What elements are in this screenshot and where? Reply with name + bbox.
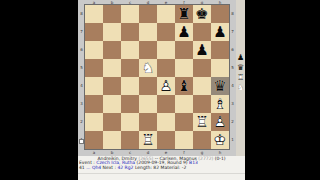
square-f6 xyxy=(175,41,193,59)
square-g8: ♚ xyxy=(193,5,211,23)
square-a7 xyxy=(85,23,103,41)
square-h6 xyxy=(211,41,229,59)
rank-labels-left: 87654321 xyxy=(78,5,85,149)
black-pawn-piece: ♟ xyxy=(236,53,246,63)
piece-outline: ♘ xyxy=(236,83,246,93)
move-info-line: 41 ... Qh4 Next : 42 Rg2 Length: 82 Mate… xyxy=(78,166,245,171)
white-to-move-indicator xyxy=(79,139,84,144)
coordinate-label: 6 xyxy=(78,41,85,59)
square-c5 xyxy=(121,59,139,77)
square-h1: ♚♔ xyxy=(211,131,229,149)
square-f5 xyxy=(175,59,193,77)
piece-outline: ♙ xyxy=(157,77,175,95)
square-b7 xyxy=(103,23,121,41)
coordinate-label: 7 xyxy=(78,23,85,41)
square-b5 xyxy=(103,59,121,77)
black-queen-piece: ♛ xyxy=(211,77,229,95)
square-h4: ♛ xyxy=(211,77,229,95)
square-h3: ♝♗ xyxy=(211,95,229,113)
piece-glyph: ♚ xyxy=(193,5,211,23)
square-a6 xyxy=(85,41,103,59)
white-rook-piece: ♜♖ xyxy=(139,131,157,149)
square-e8 xyxy=(157,5,175,23)
square-b3 xyxy=(103,95,121,113)
piece-glyph: ♜ xyxy=(175,5,193,23)
square-g5 xyxy=(193,59,211,77)
square-c7 xyxy=(121,23,139,41)
square-c6 xyxy=(121,41,139,59)
square-e5 xyxy=(157,59,175,77)
square-h8 xyxy=(211,5,229,23)
square-e4: ♟♙ xyxy=(157,77,175,95)
black-queen-piece: ♛ xyxy=(236,63,246,73)
square-e6 xyxy=(157,41,175,59)
caption-segment: Length: 82 xyxy=(133,165,159,170)
square-a8 xyxy=(85,5,103,23)
caption-divider xyxy=(78,173,245,174)
square-g2: ♜♖ xyxy=(193,113,211,131)
square-g7 xyxy=(193,23,211,41)
white-king-piece: ♚♔ xyxy=(211,131,229,149)
black-king-piece: ♚ xyxy=(193,5,211,23)
board-frame: abcdefgh 87654321 87654321 abcdefgh ♜♚♟♟… xyxy=(78,0,236,156)
coordinate-label: 1 xyxy=(229,131,236,149)
piece-outline: ♙ xyxy=(211,113,229,131)
square-e2 xyxy=(157,113,175,131)
caption-segment: Material: -2 xyxy=(159,165,186,170)
piece-glyph: ♟ xyxy=(211,23,229,41)
piece-outline: ♔ xyxy=(211,131,229,149)
square-c8 xyxy=(121,5,139,23)
coordinate-label: 2 xyxy=(78,113,85,131)
square-g6: ♟ xyxy=(193,41,211,59)
square-e1 xyxy=(157,131,175,149)
piece-outline: ♖ xyxy=(236,73,246,83)
white-rook-piece: ♜♖ xyxy=(193,113,211,131)
coordinate-label: 8 xyxy=(78,5,85,23)
caption-segment: B13 xyxy=(189,160,198,165)
piece-glyph: ♛ xyxy=(236,63,246,73)
piece-outline: ♖ xyxy=(139,131,157,149)
piece-outline: ♗ xyxy=(211,95,229,113)
square-b1 xyxy=(103,131,121,149)
square-g3 xyxy=(193,95,211,113)
black-bishop-piece: ♝ xyxy=(175,77,193,95)
white-bishop-piece: ♝♗ xyxy=(211,95,229,113)
square-d3 xyxy=(139,95,157,113)
square-h7: ♟ xyxy=(211,23,229,41)
square-a3 xyxy=(85,95,103,113)
black-pawn-piece: ♟ xyxy=(175,23,193,41)
caption-segment: 42 Rg2 xyxy=(117,165,133,170)
piece-glyph: ♟ xyxy=(236,53,246,63)
chess-board: ♜♚♟♟♟♞♘♟♙♝♛♝♗♜♖♟♙♜♖♚♔ xyxy=(85,5,229,149)
black-pawn-piece: ♟ xyxy=(193,41,211,59)
square-d2 xyxy=(139,113,157,131)
coordinate-label: 3 xyxy=(229,95,236,113)
caption-segment: Next : xyxy=(101,165,117,170)
coordinate-label: 3 xyxy=(78,95,85,113)
white-pawn-piece: ♟♙ xyxy=(157,77,175,95)
piece-glyph: ♟ xyxy=(193,41,211,59)
black-rook-piece: ♜ xyxy=(175,5,193,23)
piece-outline: ♘ xyxy=(139,59,157,77)
piece-glyph: ♛ xyxy=(211,77,229,95)
square-f7: ♟ xyxy=(175,23,193,41)
square-d6 xyxy=(139,41,157,59)
white-knight-piece: ♞♘ xyxy=(236,83,246,93)
square-d7 xyxy=(139,23,157,41)
right-letterbox-bar xyxy=(245,0,320,180)
square-a4 xyxy=(85,77,103,95)
square-f3 xyxy=(175,95,193,113)
game-info-caption: Andreikin, Dmitry (2655) -- Carlsen, Mag… xyxy=(78,156,245,180)
chess-viewer: abcdefgh 87654321 87654321 abcdefgh ♜♚♟♟… xyxy=(78,0,245,180)
square-c3 xyxy=(121,95,139,113)
square-d5: ♞♘ xyxy=(139,59,157,77)
square-e7 xyxy=(157,23,175,41)
left-letterbox-bar xyxy=(0,0,78,180)
white-knight-piece: ♞♘ xyxy=(139,59,157,77)
piece-outline: ♖ xyxy=(193,113,211,131)
square-c4 xyxy=(121,77,139,95)
square-f2 xyxy=(175,113,193,131)
white-pawn-piece: ♟♙ xyxy=(211,113,229,131)
square-f1 xyxy=(175,131,193,149)
caption-segment: (2772) xyxy=(198,156,213,161)
square-a5 xyxy=(85,59,103,77)
square-g1 xyxy=(193,131,211,149)
square-b2 xyxy=(103,113,121,131)
square-c2 xyxy=(121,113,139,131)
piece-glyph: ♝ xyxy=(175,77,193,95)
black-pawn-piece: ♟ xyxy=(211,23,229,41)
square-a2 xyxy=(85,113,103,131)
coordinate-label: 8 xyxy=(229,5,236,23)
square-d8 xyxy=(139,5,157,23)
square-d1: ♜♖ xyxy=(139,131,157,149)
white-rook-piece: ♜♖ xyxy=(236,73,246,83)
square-d4 xyxy=(139,77,157,95)
square-f8: ♜ xyxy=(175,5,193,23)
square-c1 xyxy=(121,131,139,149)
coordinate-label: 2 xyxy=(229,113,236,131)
square-a1 xyxy=(85,131,103,149)
material-difference-tray: ♟♛♜♖♞♘ xyxy=(236,0,245,156)
square-b4 xyxy=(103,77,121,95)
caption-segment: ... Qh4 xyxy=(86,165,101,170)
square-f4: ♝ xyxy=(175,77,193,95)
square-b8 xyxy=(103,5,121,23)
square-h5 xyxy=(211,59,229,77)
coordinate-label: 5 xyxy=(78,59,85,77)
caption-segment: (0-1) xyxy=(213,156,225,161)
square-h2: ♟♙ xyxy=(211,113,229,131)
coordinate-label: 4 xyxy=(78,77,85,95)
video-frame: abcdefgh 87654321 87654321 abcdefgh ♜♚♟♟… xyxy=(0,0,320,180)
piece-glyph: ♟ xyxy=(175,23,193,41)
square-b6 xyxy=(103,41,121,59)
square-e3 xyxy=(157,95,175,113)
square-g4 xyxy=(193,77,211,95)
coordinate-label: 7 xyxy=(229,23,236,41)
